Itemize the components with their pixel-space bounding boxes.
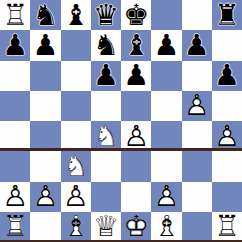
white-piece-outline: ♕ [91, 212, 121, 242]
square-c6[interactable] [61, 61, 91, 91]
white-piece-outline: ♔ [121, 212, 151, 242]
white-rook[interactable]: ♜♖ [0, 0, 30, 30]
square-c7[interactable] [61, 30, 91, 60]
square-f1[interactable]: ♝♗ [151, 212, 181, 242]
white-pawn[interactable]: ♟♙ [61, 182, 91, 212]
chess-board: ♜♖♞♝♛♚♜♟♟♞♝♟♟♟♟♟♟♙♞♘♟♙♟♙♞♘♟♙♟♙♟♙♟♙♜♖♝♗♛♕… [0, 0, 242, 242]
square-b4[interactable] [30, 121, 60, 151]
white-piece-fill: ♟ [151, 182, 181, 212]
white-piece-outline: ♙ [151, 182, 181, 212]
white-piece-outline: ♙ [121, 121, 151, 151]
square-f8[interactable] [151, 0, 181, 30]
black-piece-glyph: ♛ [91, 0, 121, 30]
square-a4[interactable] [0, 121, 30, 151]
white-pawn[interactable]: ♟♙ [121, 121, 151, 151]
white-knight[interactable]: ♞♘ [91, 121, 121, 151]
white-rook[interactable]: ♜♖ [0, 212, 30, 242]
black-piece-glyph: ♟ [182, 30, 212, 60]
white-queen[interactable]: ♛♕ [91, 212, 121, 242]
white-piece-fill: ♜ [0, 212, 30, 242]
square-d6[interactable]: ♟ [91, 61, 121, 91]
square-b8[interactable]: ♞ [30, 0, 60, 30]
square-b7[interactable]: ♟ [30, 30, 60, 60]
white-piece-outline: ♘ [91, 121, 121, 151]
square-h7[interactable] [212, 30, 242, 60]
square-d8[interactable]: ♛ [91, 0, 121, 30]
white-piece-fill: ♟ [212, 121, 242, 151]
square-e1[interactable]: ♚♔ [121, 212, 151, 242]
black-pawn[interactable]: ♟ [182, 30, 212, 60]
square-h2[interactable] [212, 182, 242, 212]
square-b1[interactable] [30, 212, 60, 242]
square-c8[interactable]: ♝ [61, 0, 91, 30]
white-piece-fill: ♟ [61, 182, 91, 212]
black-rook[interactable]: ♜ [212, 0, 242, 30]
white-rook[interactable]: ♜♖ [212, 212, 242, 242]
black-knight[interactable]: ♞ [30, 0, 60, 30]
square-c4[interactable] [61, 121, 91, 151]
black-pawn[interactable]: ♟ [212, 61, 242, 91]
square-d5[interactable] [91, 91, 121, 121]
square-a6[interactable] [0, 61, 30, 91]
square-g6[interactable] [182, 61, 212, 91]
square-h6[interactable]: ♟ [212, 61, 242, 91]
square-c1[interactable]: ♝♗ [61, 212, 91, 242]
white-piece-outline: ♙ [182, 91, 212, 121]
square-a7[interactable]: ♟ [0, 30, 30, 60]
square-a5[interactable] [0, 91, 30, 121]
white-king[interactable]: ♚♔ [121, 212, 151, 242]
black-bishop[interactable]: ♝ [61, 0, 91, 30]
square-d2[interactable] [91, 182, 121, 212]
black-piece-glyph: ♜ [212, 0, 242, 30]
square-h4[interactable]: ♟♙ [212, 121, 242, 151]
white-piece-fill: ♜ [212, 212, 242, 242]
white-piece-outline: ♗ [151, 212, 181, 242]
square-e8[interactable]: ♚ [121, 0, 151, 30]
square-f4[interactable] [151, 121, 181, 151]
square-f2[interactable]: ♟♙ [151, 182, 181, 212]
white-piece-fill: ♞ [61, 151, 91, 181]
white-piece-outline: ♗ [61, 212, 91, 242]
white-piece-fill: ♜ [0, 0, 30, 30]
white-bishop[interactable]: ♝♗ [61, 212, 91, 242]
white-knight[interactable]: ♞♘ [61, 151, 91, 181]
white-pawn[interactable]: ♟♙ [30, 182, 60, 212]
black-bishop[interactable]: ♝ [121, 30, 151, 60]
black-piece-glyph: ♟ [212, 61, 242, 91]
square-d3[interactable] [91, 151, 121, 181]
square-f6[interactable] [151, 61, 181, 91]
white-pawn[interactable]: ♟♙ [0, 182, 30, 212]
square-a1[interactable]: ♜♖ [0, 212, 30, 242]
white-piece-outline: ♖ [212, 212, 242, 242]
white-piece-fill: ♝ [61, 212, 91, 242]
square-e7[interactable]: ♝ [121, 30, 151, 60]
square-g2[interactable] [182, 182, 212, 212]
black-pawn[interactable]: ♟ [30, 30, 60, 60]
square-e5[interactable] [121, 91, 151, 121]
square-g7[interactable]: ♟ [182, 30, 212, 60]
black-pawn[interactable]: ♟ [121, 61, 151, 91]
black-pawn[interactable]: ♟ [0, 30, 30, 60]
square-e4[interactable]: ♟♙ [121, 121, 151, 151]
square-b6[interactable] [30, 61, 60, 91]
white-piece-outline: ♖ [0, 0, 30, 30]
white-piece-outline: ♘ [61, 151, 91, 181]
white-piece-fill: ♛ [91, 212, 121, 242]
black-piece-glyph: ♟ [30, 30, 60, 60]
square-a8[interactable]: ♜♖ [0, 0, 30, 30]
square-e6[interactable]: ♟ [121, 61, 151, 91]
square-d7[interactable]: ♞ [91, 30, 121, 60]
white-pawn[interactable]: ♟♙ [151, 182, 181, 212]
square-f3[interactable] [151, 151, 181, 181]
square-g3[interactable] [182, 151, 212, 181]
black-piece-glyph: ♞ [30, 0, 60, 30]
white-piece-outline: ♙ [30, 182, 60, 212]
black-piece-glyph: ♟ [91, 61, 121, 91]
square-b3[interactable] [30, 151, 60, 181]
square-c5[interactable] [61, 91, 91, 121]
square-g4[interactable] [182, 121, 212, 151]
square-d1[interactable]: ♛♕ [91, 212, 121, 242]
white-piece-fill: ♟ [30, 182, 60, 212]
square-a3[interactable] [0, 151, 30, 181]
white-bishop[interactable]: ♝♗ [151, 212, 181, 242]
white-pawn[interactable]: ♟♙ [182, 91, 212, 121]
square-c2[interactable]: ♟♙ [61, 182, 91, 212]
square-e2[interactable] [121, 182, 151, 212]
square-g1[interactable] [182, 212, 212, 242]
square-h8[interactable]: ♜ [212, 0, 242, 30]
black-piece-glyph: ♞ [91, 30, 121, 60]
square-e3[interactable] [121, 151, 151, 181]
square-h5[interactable] [212, 91, 242, 121]
white-piece-fill: ♚ [121, 212, 151, 242]
square-f7[interactable]: ♟ [151, 30, 181, 60]
chess-board-wrapper: ♜♖♞♝♛♚♜♟♟♞♝♟♟♟♟♟♟♙♞♘♟♙♟♙♞♘♟♙♟♙♟♙♟♙♜♖♝♗♛♕… [0, 0, 242, 242]
black-pawn[interactable]: ♟ [151, 30, 181, 60]
square-d4[interactable]: ♞♘ [91, 121, 121, 151]
white-piece-fill: ♟ [0, 182, 30, 212]
square-a2[interactable]: ♟♙ [0, 182, 30, 212]
square-f5[interactable] [151, 91, 181, 121]
square-h1[interactable]: ♜♖ [212, 212, 242, 242]
black-piece-glyph: ♟ [121, 61, 151, 91]
square-c3[interactable]: ♞♘ [61, 151, 91, 181]
white-pawn[interactable]: ♟♙ [212, 121, 242, 151]
black-queen[interactable]: ♛ [91, 0, 121, 30]
white-piece-fill: ♟ [121, 121, 151, 151]
black-king[interactable]: ♚ [121, 0, 151, 30]
square-h3[interactable] [212, 151, 242, 181]
black-piece-glyph: ♟ [151, 30, 181, 60]
square-b5[interactable] [30, 91, 60, 121]
white-piece-outline: ♙ [212, 121, 242, 151]
white-piece-outline: ♙ [0, 182, 30, 212]
white-piece-outline: ♙ [61, 182, 91, 212]
white-piece-fill: ♞ [91, 121, 121, 151]
white-piece-fill: ♟ [182, 91, 212, 121]
black-piece-glyph: ♚ [121, 0, 151, 30]
black-knight[interactable]: ♞ [91, 30, 121, 60]
square-b2[interactable]: ♟♙ [30, 182, 60, 212]
black-piece-glyph: ♟ [0, 30, 30, 60]
square-g5[interactable]: ♟♙ [182, 91, 212, 121]
white-piece-outline: ♖ [0, 212, 30, 242]
square-g8[interactable] [182, 0, 212, 30]
white-piece-fill: ♝ [151, 212, 181, 242]
black-piece-glyph: ♝ [61, 0, 91, 30]
black-pawn[interactable]: ♟ [91, 61, 121, 91]
black-piece-glyph: ♝ [121, 30, 151, 60]
